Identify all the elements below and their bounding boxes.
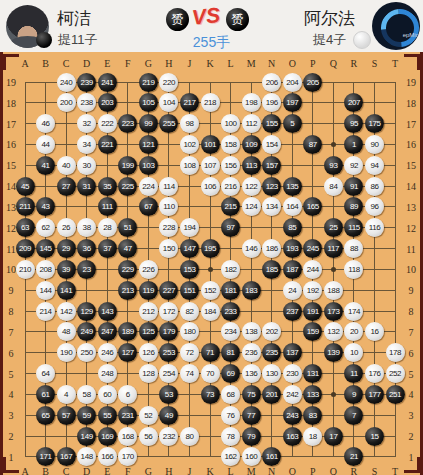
stone-S7: 16 xyxy=(365,322,384,341)
stone-G15: 103 xyxy=(139,156,158,175)
stone-K18: 218 xyxy=(201,93,220,112)
stone-N13: 134 xyxy=(262,197,281,216)
stone-R17: 95 xyxy=(344,114,363,133)
stone-R6: 10 xyxy=(344,343,363,362)
stone-M16: 109 xyxy=(242,135,261,154)
stone-T6: 178 xyxy=(386,343,405,362)
stone-P8: 191 xyxy=(303,302,322,321)
stone-M5: 136 xyxy=(242,364,261,383)
col-label-P: P xyxy=(307,466,319,475)
stone-K15: 107 xyxy=(201,156,220,175)
stone-L4: 68 xyxy=(221,385,240,404)
stone-Q11: 117 xyxy=(324,239,343,258)
row-label-6: 6 xyxy=(2,348,20,359)
col-label-Q: Q xyxy=(327,58,339,69)
row-label-3: 3 xyxy=(2,410,20,421)
stone-H17: 255 xyxy=(159,114,178,133)
row-label-16: 16 xyxy=(2,139,20,150)
stone-O11: 193 xyxy=(283,239,302,258)
stone-E17: 222 xyxy=(98,114,117,133)
row-label-1: 1 xyxy=(402,452,420,463)
stone-R12: 115 xyxy=(344,218,363,237)
col-label-M: M xyxy=(245,466,257,475)
stone-C8: 142 xyxy=(57,302,76,321)
stone-M14: 122 xyxy=(242,177,261,196)
stone-R16: 1 xyxy=(344,135,363,154)
row-label-1: 1 xyxy=(2,452,20,463)
row-label-3: 3 xyxy=(402,410,420,421)
stone-P9: 192 xyxy=(303,281,322,300)
stone-F10: 229 xyxy=(118,260,137,279)
stone-E12: 28 xyxy=(98,218,117,237)
stone-F12: 51 xyxy=(118,218,137,237)
stone-J7: 180 xyxy=(180,322,199,341)
stone-A11: 209 xyxy=(16,239,35,258)
row-label-15: 15 xyxy=(402,160,420,171)
stone-B8: 214 xyxy=(36,302,55,321)
col-label-A: A xyxy=(19,466,31,475)
stone-C19: 240 xyxy=(57,73,76,92)
stone-J5: 74 xyxy=(180,364,199,383)
stone-P4: 133 xyxy=(303,385,322,404)
stone-L16: 158 xyxy=(221,135,240,154)
stone-A13: 211 xyxy=(16,197,35,216)
stone-L12: 97 xyxy=(221,218,240,237)
stone-O6: 137 xyxy=(283,343,302,362)
stone-D8: 129 xyxy=(77,302,96,321)
col-label-R: R xyxy=(348,466,360,475)
stone-S2: 15 xyxy=(365,427,384,446)
black-stone-badge xyxy=(36,32,52,48)
stone-B11: 145 xyxy=(36,239,55,258)
stone-A14: 45 xyxy=(16,177,35,196)
stone-F14: 225 xyxy=(118,177,137,196)
stone-K4: 73 xyxy=(201,385,220,404)
white-stone-badge xyxy=(353,31,371,49)
stone-K6: 71 xyxy=(201,343,220,362)
stone-R7: 20 xyxy=(344,322,363,341)
stone-L15: 156 xyxy=(221,156,240,175)
stone-C10: 39 xyxy=(57,260,76,279)
stone-N18: 196 xyxy=(262,93,281,112)
stone-F1: 170 xyxy=(118,447,137,466)
col-label-F: F xyxy=(122,58,134,69)
stone-G2: 56 xyxy=(139,427,158,446)
stone-P5: 131 xyxy=(303,364,322,383)
stone-B17: 46 xyxy=(36,114,55,133)
stone-E1: 166 xyxy=(98,447,117,466)
stone-K8: 184 xyxy=(201,302,220,321)
star-point-K10 xyxy=(208,267,213,272)
stone-N10: 185 xyxy=(262,260,281,279)
stone-Q15: 93 xyxy=(324,156,343,175)
stone-P11: 245 xyxy=(303,239,322,258)
stone-S12: 116 xyxy=(365,218,384,237)
stone-Q14: 84 xyxy=(324,177,343,196)
stone-D4: 58 xyxy=(77,385,96,404)
stone-J2: 80 xyxy=(180,427,199,446)
stone-B13: 43 xyxy=(36,197,55,216)
col-label-L: L xyxy=(225,466,237,475)
stone-J15: 108 xyxy=(180,156,199,175)
stone-E14: 35 xyxy=(98,177,117,196)
stone-C3: 57 xyxy=(57,406,76,425)
deepmind-logo-text: epMin xyxy=(403,32,419,38)
stone-E3: 55 xyxy=(98,406,117,425)
row-label-9: 9 xyxy=(2,285,20,296)
stone-O13: 164 xyxy=(283,197,302,216)
stone-D14: 31 xyxy=(77,177,96,196)
row-label-5: 5 xyxy=(402,369,420,380)
stone-H18: 104 xyxy=(159,93,178,112)
row-label-14: 14 xyxy=(402,181,420,192)
col-label-M: M xyxy=(245,58,257,69)
col-label-K: K xyxy=(204,466,216,475)
row-label-17: 17 xyxy=(2,119,20,130)
deepmind-logo-swirl-icon xyxy=(373,2,420,50)
stone-M9: 183 xyxy=(242,281,261,300)
stone-L5: 69 xyxy=(221,364,240,383)
stone-K11: 195 xyxy=(201,239,220,258)
col-label-K: K xyxy=(204,58,216,69)
row-label-10: 10 xyxy=(402,264,420,275)
stone-G17: 99 xyxy=(139,114,158,133)
stone-P19: 205 xyxy=(303,73,322,92)
stone-O18: 197 xyxy=(283,93,302,112)
stone-J17: 98 xyxy=(180,114,199,133)
stone-S16: 90 xyxy=(365,135,384,154)
stone-F15: 199 xyxy=(118,156,137,175)
star-point-Q16 xyxy=(331,142,336,147)
right-player-name: 阿尔法 xyxy=(304,7,355,30)
stone-M2: 79 xyxy=(242,427,261,446)
stone-H5: 254 xyxy=(159,364,178,383)
stone-G16: 121 xyxy=(139,135,158,154)
stone-G9: 119 xyxy=(139,281,158,300)
stone-E6: 246 xyxy=(98,343,117,362)
col-label-D: D xyxy=(81,58,93,69)
col-label-N: N xyxy=(266,58,278,69)
stone-D7: 249 xyxy=(77,322,96,341)
stone-N17: 155 xyxy=(262,114,281,133)
col-label-Q: Q xyxy=(327,466,339,475)
stone-P16: 87 xyxy=(303,135,322,154)
stone-J16: 102 xyxy=(180,135,199,154)
stone-C14: 27 xyxy=(57,177,76,196)
deepmind-avatar[interactable]: epMin xyxy=(372,2,420,50)
col-label-T: T xyxy=(389,466,401,475)
stone-O10: 187 xyxy=(283,260,302,279)
stone-M15: 113 xyxy=(242,156,261,175)
stone-B9: 144 xyxy=(36,281,55,300)
stone-O19: 204 xyxy=(283,73,302,92)
stone-A12: 63 xyxy=(16,218,35,237)
col-label-H: H xyxy=(163,466,175,475)
stone-E11: 37 xyxy=(98,239,117,258)
stone-R5: 11 xyxy=(344,364,363,383)
stone-F7: 189 xyxy=(118,322,137,341)
stone-E16: 221 xyxy=(98,135,117,154)
row-label-7: 7 xyxy=(2,327,20,338)
board-frame-corner-tl xyxy=(3,54,19,70)
stone-F2: 168 xyxy=(118,427,137,446)
stone-K5: 70 xyxy=(201,364,220,383)
stone-G6: 126 xyxy=(139,343,158,362)
stone-O4: 242 xyxy=(283,385,302,404)
col-label-T: T xyxy=(389,58,401,69)
stone-E2: 169 xyxy=(98,427,117,446)
row-label-2: 2 xyxy=(2,431,20,442)
col-label-F: F xyxy=(122,466,134,475)
row-label-4: 4 xyxy=(2,389,20,400)
stone-G3: 52 xyxy=(139,406,158,425)
stone-F3: 231 xyxy=(118,406,137,425)
row-label-8: 8 xyxy=(2,306,20,317)
stone-M7: 138 xyxy=(242,322,261,341)
stone-F11: 47 xyxy=(118,239,137,258)
stone-Q6: 139 xyxy=(324,343,343,362)
stone-D2: 149 xyxy=(77,427,96,446)
stone-T4: 251 xyxy=(386,385,405,404)
star-point-Q4 xyxy=(331,392,336,397)
stone-G5: 128 xyxy=(139,364,158,383)
stone-C18: 200 xyxy=(57,93,76,112)
stone-L1: 162 xyxy=(221,447,240,466)
stone-O9: 24 xyxy=(283,281,302,300)
stone-H7: 179 xyxy=(159,322,178,341)
stone-D12: 38 xyxy=(77,218,96,237)
stone-S13: 96 xyxy=(365,197,384,216)
col-label-E: E xyxy=(101,466,113,475)
row-label-16: 16 xyxy=(402,139,420,150)
stone-D16: 34 xyxy=(77,135,96,154)
stone-J9: 151 xyxy=(180,281,199,300)
stone-C15: 40 xyxy=(57,156,76,175)
col-label-B: B xyxy=(40,466,52,475)
stone-O8: 237 xyxy=(283,302,302,321)
stone-P10: 244 xyxy=(303,260,322,279)
stone-S15: 94 xyxy=(365,156,384,175)
stone-C9: 141 xyxy=(57,281,76,300)
stone-N16: 154 xyxy=(262,135,281,154)
stone-G13: 67 xyxy=(139,197,158,216)
stone-R18: 207 xyxy=(344,93,363,112)
stone-R14: 91 xyxy=(344,177,363,196)
row-label-15: 15 xyxy=(2,160,20,171)
col-label-D: D xyxy=(81,466,93,475)
stone-H12: 228 xyxy=(159,218,178,237)
stone-E8: 143 xyxy=(98,302,117,321)
stone-H2: 232 xyxy=(159,427,178,446)
stone-M18: 198 xyxy=(242,93,261,112)
stone-F4: 6 xyxy=(118,385,137,404)
stone-N1: 161 xyxy=(262,447,281,466)
stone-E19: 241 xyxy=(98,73,117,92)
row-label-11: 11 xyxy=(402,244,420,255)
stone-A10: 210 xyxy=(16,260,35,279)
col-label-E: E xyxy=(101,58,113,69)
stone-M1: 160 xyxy=(242,447,261,466)
stone-J11: 147 xyxy=(180,239,199,258)
stone-K14: 106 xyxy=(201,177,220,196)
stone-Q7: 132 xyxy=(324,322,343,341)
stone-E13: 111 xyxy=(98,197,117,216)
row-label-7: 7 xyxy=(402,327,420,338)
stone-N4: 201 xyxy=(262,385,281,404)
stone-R4: 9 xyxy=(344,385,363,404)
stone-H9: 227 xyxy=(159,281,178,300)
col-label-H: H xyxy=(163,58,175,69)
row-label-18: 18 xyxy=(2,98,20,109)
stone-B16: 44 xyxy=(36,135,55,154)
stone-D6: 250 xyxy=(77,343,96,362)
stone-D1: 148 xyxy=(77,447,96,466)
stone-N6: 235 xyxy=(262,343,281,362)
stone-J10: 153 xyxy=(180,260,199,279)
stone-H11: 150 xyxy=(159,239,178,258)
stone-O12: 85 xyxy=(283,218,302,237)
row-label-19: 19 xyxy=(402,77,420,88)
col-label-A: A xyxy=(19,58,31,69)
stone-J12: 194 xyxy=(180,218,199,237)
stone-N11: 186 xyxy=(262,239,281,258)
col-label-O: O xyxy=(286,466,298,475)
row-label-13: 13 xyxy=(402,202,420,213)
stone-E5: 248 xyxy=(98,364,117,383)
row-label-8: 8 xyxy=(402,306,420,317)
go-board[interactable]: 2402392412192202062042052002382031051042… xyxy=(0,52,423,475)
stone-N5: 130 xyxy=(262,364,281,383)
row-label-19: 19 xyxy=(2,77,20,88)
stone-D15: 30 xyxy=(77,156,96,175)
stone-K16: 101 xyxy=(201,135,220,154)
stone-L14: 216 xyxy=(221,177,240,196)
stone-B15: 41 xyxy=(36,156,55,175)
stone-M4: 75 xyxy=(242,385,261,404)
col-label-P: P xyxy=(307,58,319,69)
stone-S4: 177 xyxy=(365,385,384,404)
stone-D19: 239 xyxy=(77,73,96,92)
stone-D11: 36 xyxy=(77,239,96,258)
stone-H19: 220 xyxy=(159,73,178,92)
stone-F17: 223 xyxy=(118,114,137,133)
stone-N7: 202 xyxy=(262,322,281,341)
stone-L6: 81 xyxy=(221,343,240,362)
col-label-G: G xyxy=(142,58,154,69)
stone-S17: 175 xyxy=(365,114,384,133)
stone-L13: 215 xyxy=(221,197,240,216)
stone-F6: 127 xyxy=(118,343,137,362)
stone-C7: 48 xyxy=(57,322,76,341)
stone-L9: 181 xyxy=(221,281,240,300)
col-label-C: C xyxy=(60,466,72,475)
col-label-B: B xyxy=(40,58,52,69)
stone-C1: 167 xyxy=(57,447,76,466)
stone-D18: 238 xyxy=(77,93,96,112)
row-label-9: 9 xyxy=(402,285,420,296)
stone-P3: 83 xyxy=(303,406,322,425)
stone-R1: 21 xyxy=(344,447,363,466)
stone-S14: 86 xyxy=(365,177,384,196)
stone-H13: 110 xyxy=(159,197,178,216)
stone-O3: 243 xyxy=(283,406,302,425)
row-label-5: 5 xyxy=(2,369,20,380)
col-label-G: G xyxy=(142,466,154,475)
stone-O14: 135 xyxy=(283,177,302,196)
stone-Q9: 188 xyxy=(324,281,343,300)
stone-G10: 226 xyxy=(139,260,158,279)
stone-B12: 62 xyxy=(36,218,55,237)
stone-F9: 213 xyxy=(118,281,137,300)
stone-J18: 217 xyxy=(180,93,199,112)
stone-R11: 88 xyxy=(344,239,363,258)
stone-H6: 253 xyxy=(159,343,178,362)
stone-J8: 82 xyxy=(180,302,199,321)
stone-E18: 203 xyxy=(98,93,117,112)
stone-L7: 234 xyxy=(221,322,240,341)
stone-J6: 72 xyxy=(180,343,199,362)
row-label-17: 17 xyxy=(402,119,420,130)
stone-M13: 124 xyxy=(242,197,261,216)
stone-G14: 224 xyxy=(139,177,158,196)
stone-R13: 89 xyxy=(344,197,363,216)
stone-H3: 49 xyxy=(159,406,178,425)
stone-C12: 26 xyxy=(57,218,76,237)
stone-O17: 5 xyxy=(283,114,302,133)
stone-R10: 118 xyxy=(344,260,363,279)
col-label-R: R xyxy=(348,58,360,69)
stone-S5: 176 xyxy=(365,364,384,383)
stone-L3: 76 xyxy=(221,406,240,425)
stone-N15: 157 xyxy=(262,156,281,175)
star-point-Q10 xyxy=(331,267,336,272)
stone-B10: 208 xyxy=(36,260,55,279)
stone-L10: 182 xyxy=(221,260,240,279)
go-app: 柯洁 提11子 赟 VS 赟 255手 阿尔法 提4子 epMin 240239… xyxy=(0,0,423,475)
vs-label: VS xyxy=(191,2,225,29)
col-label-S: S xyxy=(369,466,381,475)
stone-R15: 92 xyxy=(344,156,363,175)
stone-Q12: 25 xyxy=(324,218,343,237)
stone-G19: 219 xyxy=(139,73,158,92)
col-label-N: N xyxy=(266,466,278,475)
stone-M17: 112 xyxy=(242,114,261,133)
stone-C11: 29 xyxy=(57,239,76,258)
board-frame-corner-tr xyxy=(404,54,420,70)
stone-D10: 23 xyxy=(77,260,96,279)
stone-C6: 190 xyxy=(57,343,76,362)
stone-M3: 77 xyxy=(242,406,261,425)
stone-P2: 18 xyxy=(303,427,322,446)
center-stone-icon-left: 赟 xyxy=(166,8,189,31)
row-label-12: 12 xyxy=(402,223,420,234)
right-player-captures: 提4子 xyxy=(313,31,346,49)
stone-H14: 114 xyxy=(159,177,178,196)
col-label-S: S xyxy=(369,58,381,69)
stone-D3: 59 xyxy=(77,406,96,425)
stone-B5: 64 xyxy=(36,364,55,383)
stone-B3: 65 xyxy=(36,406,55,425)
stone-C4: 4 xyxy=(57,385,76,404)
stone-M6: 236 xyxy=(242,343,261,362)
row-label-6: 6 xyxy=(402,348,420,359)
header-bar: 柯洁 提11子 赟 VS 赟 255手 阿尔法 提4子 epMin xyxy=(0,0,423,52)
stone-N14: 123 xyxy=(262,177,281,196)
col-label-C: C xyxy=(60,58,72,69)
col-label-O: O xyxy=(286,58,298,69)
stone-R8: 174 xyxy=(344,302,363,321)
left-player-name: 柯洁 xyxy=(57,7,91,30)
